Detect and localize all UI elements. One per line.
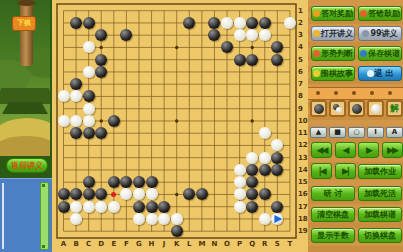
button-答错鼓励[interactable]: 答错鼓励 [358,6,402,21]
decor-strip [308,87,403,100]
go-board[interactable]: ABCDEFGHJKLMNOPQRST123456789101112131415… [52,0,308,252]
white-stone-B10 [70,115,82,127]
button-加载棋谱[interactable]: 加载棋谱 [358,207,402,222]
black-stone-icon [314,104,324,114]
annotation-tool-0[interactable]: ▲ [310,127,327,138]
black-stone-J17 [158,201,170,213]
white-stone-T2 [284,17,296,29]
button-label: 答对奖励 [321,9,353,18]
button-label: 保存棋谱 [368,49,400,58]
white-stone-E17 [108,201,120,213]
white-stone-P3 [234,29,246,41]
white-stone-P16 [234,188,246,200]
white-stone-O2 [221,17,233,29]
white-stone-C9 [83,103,95,115]
white-stone-P14 [234,164,246,176]
black-stone-icon [352,104,362,114]
white-stone-R3 [259,29,271,41]
nav-fast-forward[interactable]: ▶▶ [382,142,403,158]
row-label-10: 10 [298,117,308,125]
row-label-17: 17 [298,203,308,211]
column-label-L: L [187,240,191,248]
black-stone-G17 [133,201,145,213]
tool-label: 解 [390,102,399,115]
column-label-A: A [61,240,66,248]
return-lecture-button[interactable]: 返回讲义 [6,158,48,173]
black-stone-P5 [234,54,246,66]
white-stone-R13 [259,152,271,164]
white-stone-Q13 [246,152,258,164]
row-label-2: 2 [298,19,303,27]
white-stone-A8 [58,90,70,102]
stone-tool-black-stone[interactable] [348,100,365,117]
column-label-E: E [111,240,116,248]
white-stone-D17 [95,201,107,213]
tower-graphic [20,2,33,66]
button-label: 99讲义 [370,29,397,38]
white-stone-G18 [133,213,145,225]
black-stone-E15 [108,176,120,188]
annotation-tool-2[interactable]: ○ [348,127,365,138]
coin-icon [360,10,367,17]
black-stone-H15 [146,176,158,188]
column-label-B: B [73,240,78,248]
column-label-T: T [288,240,293,248]
row-label-6: 6 [298,68,303,76]
white-stone-R18 [259,213,271,225]
stone-tool-black-white-stones[interactable] [329,100,346,117]
row-label-11: 11 [298,129,308,137]
eye-icon [313,50,320,57]
stone-tool-black-stone[interactable] [310,100,327,117]
row-label-9: 9 [298,105,303,113]
annotation-tool-4[interactable]: A [386,127,403,138]
sidebar: 下棋 返回讲义 [0,0,52,252]
white-stone-J18 [158,213,170,225]
black-stone-R14 [259,164,271,176]
row-label-4: 4 [298,43,303,51]
white-stone-P15 [234,176,246,188]
button-显示手数[interactable]: 显示手数 [311,228,355,243]
black-stone-S13 [271,152,283,164]
white-stone-K18 [171,213,183,225]
stone-tool-white-stone[interactable] [367,100,384,117]
button-研讨[interactable]: 研 讨 [311,186,355,201]
column-label-P: P [237,240,242,248]
pagoda-roof-graphic [0,88,50,104]
row-label-3: 3 [298,31,303,39]
app-window: 下棋 返回讲义 ABCDEFGHJKLMNOPQRST1234567891011… [0,0,403,252]
disk-icon [360,50,367,57]
black-stone-K19 [171,225,183,237]
row-label-14: 14 [298,166,308,174]
white-stone-B17 [70,201,82,213]
ground-graphic [0,136,50,156]
button-答对奖励[interactable]: 答对奖励 [311,6,355,21]
column-label-H: H [149,240,155,248]
white-stone-B18 [70,213,82,225]
column-label-O: O [224,240,230,248]
row-label-15: 15 [298,178,308,186]
black-stone-A17 [58,201,70,213]
column-label-G: G [136,240,142,248]
button-清空棋盘[interactable]: 清空棋盘 [311,207,355,222]
column-label-D: D [98,240,104,248]
white-stone-P2 [234,17,246,29]
white-stone-R11 [259,127,271,139]
black-stone-Q5 [246,54,258,66]
button-打开讲义[interactable]: 打开讲义 [311,26,355,41]
row-label-1: 1 [298,7,303,15]
button-label: 答错鼓励 [368,9,400,18]
column-label-S: S [275,240,280,248]
column-label-R: R [262,240,267,248]
pagoda-roof-graphic [2,102,48,114]
white-stone-A10 [58,115,70,127]
white-stone-C10 [83,115,95,127]
coin-icon [313,10,320,17]
control-panel: 答对奖励答错鼓励打开讲义99讲义形势判断保存棋谱围棋故事退 出解▲■○IA◀◀◀… [308,0,403,252]
scene-badge[interactable]: 下棋 [12,16,36,31]
column-label-N: N [212,240,218,248]
list-divider [2,183,4,249]
column-label-M: M [198,240,205,248]
button-加载死活[interactable]: 加载死活 [358,186,402,201]
button-围棋故事[interactable]: 围棋故事 [311,66,355,81]
column-label-C: C [86,240,91,248]
button-加载作业[interactable]: 加载作业 [358,164,402,179]
book-icon [362,30,369,37]
row-label-16: 16 [298,190,308,198]
black-stone-S5 [271,54,283,66]
button-形势判断[interactable]: 形势判断 [311,46,355,61]
black-stone-C11 [83,127,95,139]
black-stone-C15 [83,176,95,188]
list-scrollbar[interactable] [40,182,49,250]
exit-icon [367,70,374,77]
white-stone-icon [371,104,381,114]
column-label-F: F [124,240,129,248]
row-label-8: 8 [298,92,303,100]
button-label: 形势判断 [321,49,353,58]
white-stone-H16 [146,188,158,200]
white-stone-C17 [83,201,95,213]
folder-icon [313,30,320,37]
column-label-K: K [174,240,179,248]
row-label-19: 19 [298,227,308,235]
button-切换棋盘[interactable]: 切换棋盘 [358,228,402,243]
row-label-13: 13 [298,154,308,162]
button-退 出[interactable]: 退 出 [358,66,402,81]
nav-back[interactable]: ◀ [335,142,356,158]
star-icon [313,70,320,77]
black-stone-S17 [271,201,283,213]
nav-forward[interactable]: ▶ [358,142,379,158]
black-stone-Q17 [246,201,258,213]
button-99讲义[interactable]: 99讲义 [358,26,402,41]
message-list-panel[interactable] [0,178,52,252]
black-stone-E10 [108,115,120,127]
black-stone-H17 [146,201,158,213]
black-stone-C2 [83,17,95,29]
button-label: 打开讲义 [321,29,353,38]
row-label-5: 5 [298,56,303,64]
row-label-12: 12 [298,141,308,149]
white-stone-C6 [83,66,95,78]
black-stone-R2 [259,17,271,29]
white-stone-P17 [234,201,246,213]
button-label: 退 出 [375,69,394,78]
column-label-J: J [163,240,166,248]
button-保存棋谱[interactable]: 保存棋谱 [358,46,402,61]
nav-rewind[interactable]: ◀◀ [311,142,332,158]
white-stone-icon [336,107,342,113]
row-label-18: 18 [298,215,308,223]
black-stone-A16 [58,188,70,200]
column-label-Q: Q [249,240,255,248]
black-stone-B2 [70,17,82,29]
nav-to-start[interactable]: |◀ [311,163,332,179]
button-label: 围棋故事 [321,69,353,78]
annotation-tool-3[interactable]: I [367,127,384,138]
stone-tool-解[interactable]: 解 [386,100,403,117]
black-stone-D5 [95,54,107,66]
annotation-tool-1[interactable]: ■ [329,127,346,138]
row-label-7: 7 [298,80,303,88]
nav-to-end[interactable]: ▶| [335,163,356,179]
white-stone-H18 [146,213,158,225]
